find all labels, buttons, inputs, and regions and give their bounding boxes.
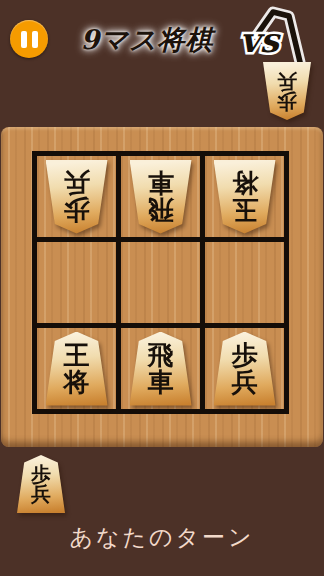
piece-shadow-wrapper: 玉将 <box>214 160 276 234</box>
gote-pawn-piece[interactable]: 歩兵 <box>46 160 108 234</box>
gote-captured-pieces-tray: 歩兵 <box>263 62 311 120</box>
piece-kanji: 飛車 <box>148 342 174 395</box>
piece-kanji: 歩兵 <box>232 342 258 395</box>
piece-shadow-wrapper: 歩兵 <box>263 62 311 120</box>
sente-king-piece[interactable]: 王将 <box>46 332 108 406</box>
piece-kanji: 飛車 <box>148 170 174 223</box>
board-cell[interactable]: 王将 <box>37 328 116 409</box>
gote-rook-piece[interactable]: 飛車 <box>130 160 192 234</box>
pause-icon <box>21 31 27 48</box>
piece-shadow-wrapper: 王将 <box>46 332 108 406</box>
piece-kanji: 歩兵 <box>64 170 90 223</box>
board-cell[interactable] <box>205 242 284 323</box>
board-cell[interactable]: 飛車 <box>121 156 200 237</box>
piece-kanji: 玉将 <box>232 170 258 223</box>
board-cell[interactable]: 玉将 <box>205 156 284 237</box>
piece-kanji: 歩兵 <box>277 71 297 112</box>
vs-shogi-piece-logo-icon: vs <box>236 6 316 68</box>
sente-pawn-piece[interactable]: 歩兵 <box>214 332 276 406</box>
board-cell[interactable]: 歩兵 <box>37 156 116 237</box>
board-cell[interactable]: 歩兵 <box>205 328 284 409</box>
gote-pawn-piece[interactable]: 歩兵 <box>263 62 311 120</box>
board-cell[interactable] <box>37 242 116 323</box>
piece-shadow-wrapper: 飛車 <box>130 160 192 234</box>
sente-rook-piece[interactable]: 飛車 <box>130 332 192 406</box>
vs-label: vs <box>240 20 282 60</box>
pause-icon <box>32 31 38 48</box>
piece-shadow-wrapper: 飛車 <box>130 332 192 406</box>
piece-shadow-wrapper: 歩兵 <box>214 332 276 406</box>
piece-kanji: 王将 <box>64 342 90 395</box>
board-cell[interactable]: 飛車 <box>121 328 200 409</box>
turn-status-text: あなたのターン <box>0 522 324 553</box>
piece-kanji: 歩兵 <box>31 464 51 505</box>
piece-shadow-wrapper: 歩兵 <box>17 455 65 513</box>
pause-button[interactable] <box>10 20 48 58</box>
board-grid: 歩兵 飛車 玉将 王将 飛車 歩兵 <box>32 151 289 414</box>
sente-pawn-piece[interactable]: 歩兵 <box>17 455 65 513</box>
page-title: 9マス将棋 <box>52 22 242 58</box>
piece-shadow-wrapper: 歩兵 <box>46 160 108 234</box>
board-cell[interactable] <box>121 242 200 323</box>
gote-king-piece[interactable]: 玉将 <box>214 160 276 234</box>
sente-captured-pieces-tray: 歩兵 <box>17 455 65 513</box>
shogi-board: 歩兵 飛車 玉将 王将 飛車 歩兵 <box>1 127 323 447</box>
app-screen: 9マス将棋 vs 歩兵 歩兵 飛車 玉将 王将 飛車 歩兵 歩兵 あなたのターン <box>0 0 324 576</box>
